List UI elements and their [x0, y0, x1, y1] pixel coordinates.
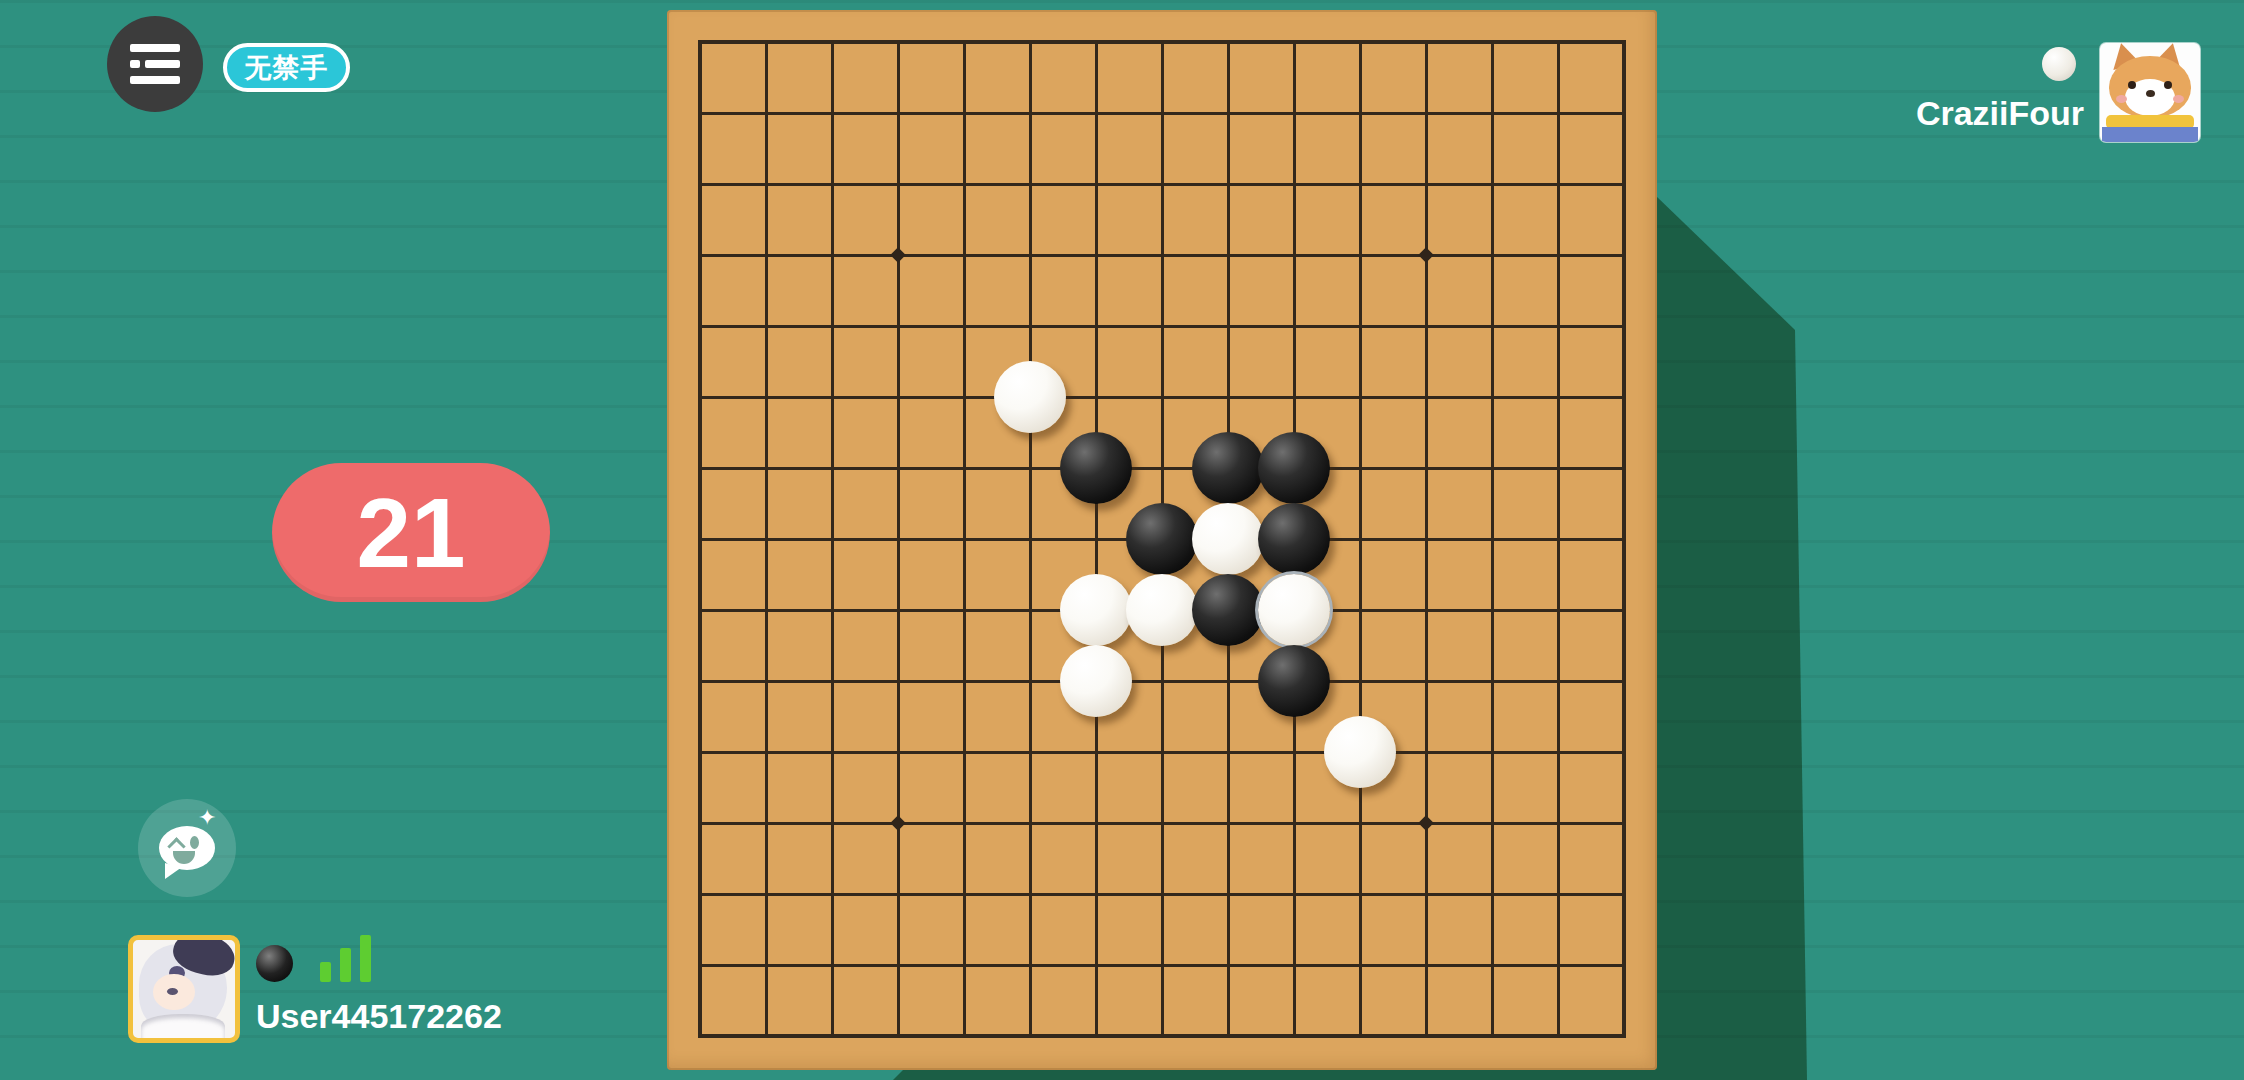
timer-pill: 21: [272, 463, 550, 602]
grid-line: [698, 822, 1626, 825]
board-cast-shadow-bottom: [893, 1070, 1657, 1080]
signal-bars-icon: [320, 935, 375, 982]
rule-badge: 无禁手: [223, 43, 350, 92]
stone-white: [1060, 645, 1132, 717]
stone-white: [1126, 574, 1198, 646]
chat-button[interactable]: ✦: [138, 799, 236, 897]
stone-black: [1192, 432, 1264, 504]
timer-value: 21: [356, 484, 465, 582]
black-stone-indicator-icon: [256, 945, 293, 982]
rule-badge-label: 无禁手: [245, 50, 329, 86]
stone-black: [1258, 432, 1330, 504]
stone-black: [1258, 645, 1330, 717]
stone-white: [1192, 503, 1264, 575]
stone-white: [1324, 716, 1396, 788]
grid-line: [1557, 40, 1560, 1038]
grid-line: [698, 751, 1626, 754]
star-point: [1418, 247, 1434, 263]
gomoku-board[interactable]: [667, 10, 1657, 1070]
star-point: [890, 247, 906, 263]
stone-black: [1192, 574, 1264, 646]
white-stone-indicator-icon: [2042, 47, 2076, 81]
grid-line: [698, 964, 1626, 967]
star-point: [890, 815, 906, 831]
player-top-avatar[interactable]: [2100, 43, 2200, 142]
menu-button[interactable]: [107, 16, 203, 112]
stone-white: [1258, 574, 1330, 646]
player-top-name: CraziiFour: [1916, 94, 2084, 133]
grid-line: [698, 893, 1626, 896]
stone-white: [994, 361, 1066, 433]
board-cast-shadow-right: [1655, 195, 1815, 1080]
grid-line: [1622, 40, 1626, 1038]
player-bottom-name: User445172262: [256, 997, 502, 1036]
stone-black: [1060, 432, 1132, 504]
grid-line: [1425, 40, 1428, 1038]
grid-line: [1359, 40, 1362, 1038]
player-bottom-avatar[interactable]: [128, 935, 240, 1043]
stone-white: [1060, 574, 1132, 646]
stone-black: [1126, 503, 1198, 575]
app-background: 无禁手 21 ✦ User445172262 Crazii: [0, 0, 2244, 1080]
sparkle-icon: ✦: [198, 805, 216, 831]
star-point: [1418, 815, 1434, 831]
grid-line: [698, 1034, 1626, 1038]
grid-line: [1491, 40, 1494, 1038]
grid-line: [698, 680, 1626, 683]
stone-black: [1258, 503, 1330, 575]
